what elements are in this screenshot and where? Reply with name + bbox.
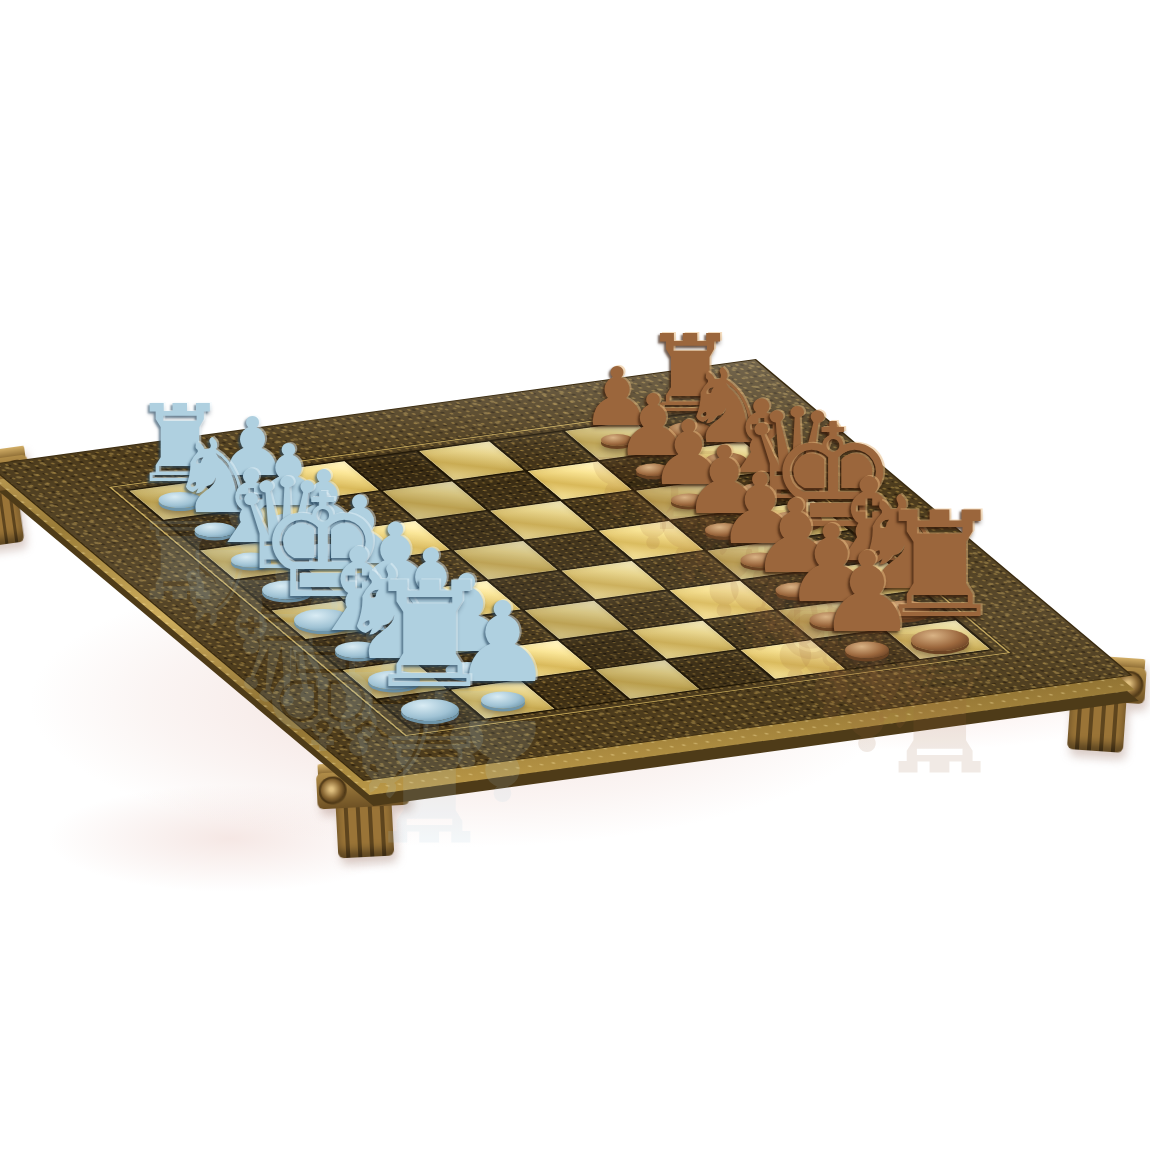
piece-glyph: ♜: [364, 562, 495, 708]
piece-glyph: ♟: [817, 537, 917, 648]
piece-reflection: ♟: [817, 654, 917, 765]
product-photo-scene: ♜♜♞♞♝♝♛♛♚♚♝♝♞♞♜♜♟♟♟♟♟♟♟♟♟♟♟♟♟♟♟♟♟♟♟♟♟♟♟♟…: [0, 0, 1150, 1150]
piece-reflection: ♜: [364, 714, 495, 860]
